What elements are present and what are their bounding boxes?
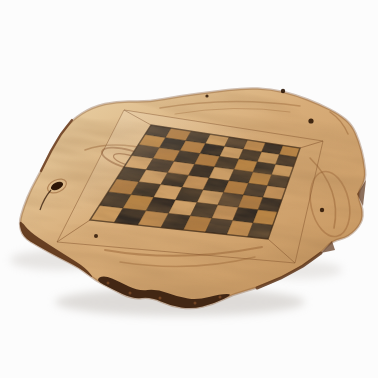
chessboard-photo: [0, 0, 378, 378]
product-photo-stage: [0, 0, 378, 378]
